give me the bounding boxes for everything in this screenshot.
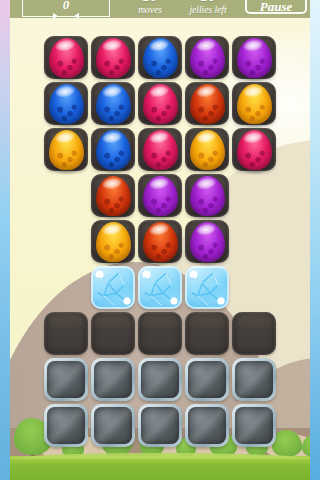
- ice-jelly-r6c3[interactable]: [138, 266, 182, 309]
- cell-r4c3[interactable]: [138, 174, 182, 217]
- cell-r1c5[interactable]: [232, 36, 276, 79]
- cell-r2c4[interactable]: [185, 82, 229, 125]
- cell-r1c4[interactable]: [185, 36, 229, 79]
- cell-r3c2[interactable]: [91, 128, 135, 171]
- pause-button[interactable]: Pause: [245, 0, 307, 14]
- empty-cell-r7c2: [91, 312, 135, 355]
- yellow-egg[interactable]: [237, 84, 272, 124]
- stone-core: [188, 407, 226, 444]
- purple-egg[interactable]: [143, 176, 178, 216]
- cell-r2c1[interactable]: [44, 82, 88, 125]
- board-grid: [44, 36, 276, 447]
- cell-r3c5[interactable]: [232, 128, 276, 171]
- cell-r2c2[interactable]: [91, 82, 135, 125]
- cell-r2c3[interactable]: [138, 82, 182, 125]
- pink-egg[interactable]: [96, 38, 131, 78]
- grass-strip: [10, 456, 310, 480]
- cell-r5c3[interactable]: [138, 220, 182, 263]
- score-frame: 0: [22, 0, 110, 17]
- empty-cell-r7c3: [138, 312, 182, 355]
- jellies-label: jellies left: [170, 5, 246, 16]
- cell-r5c2[interactable]: [91, 220, 135, 263]
- ice-jelly-r6c2[interactable]: [91, 266, 135, 309]
- jellies-counter: 10 jellies left: [170, 0, 246, 18]
- stone-core: [141, 407, 179, 444]
- cell-r4c4[interactable]: [185, 174, 229, 217]
- jellies-value: 10: [170, 0, 246, 4]
- cell-r1c3[interactable]: [138, 36, 182, 79]
- left-border-strip: [0, 0, 10, 480]
- right-border-strip: [310, 0, 320, 480]
- pink-egg[interactable]: [143, 130, 178, 170]
- stone-core: [235, 407, 273, 444]
- stone-block-r8c1: [44, 358, 88, 401]
- pink-egg[interactable]: [237, 130, 272, 170]
- cell-r3c4[interactable]: [185, 128, 229, 171]
- stone-core: [188, 361, 226, 398]
- cell-r3c3[interactable]: [138, 128, 182, 171]
- blue-egg[interactable]: [143, 38, 178, 78]
- stone-core: [47, 407, 85, 444]
- stone-core: [94, 361, 132, 398]
- game-stage: 0 10 moves 10 jellies left Pause: [10, 0, 310, 480]
- cell-r4c2[interactable]: [91, 174, 135, 217]
- blue-egg[interactable]: [49, 84, 84, 124]
- stone-core: [141, 361, 179, 398]
- cell-r5c4[interactable]: [185, 220, 229, 263]
- cell-r1c1[interactable]: [44, 36, 88, 79]
- cell-r1c2[interactable]: [91, 36, 135, 79]
- empty-cell-r7c1: [44, 312, 88, 355]
- purple-egg[interactable]: [190, 222, 225, 262]
- tree-crown: [272, 430, 302, 457]
- pink-egg[interactable]: [49, 38, 84, 78]
- hud-bar: 0 10 moves 10 jellies left Pause: [10, 0, 310, 18]
- stone-block-r9c4: [185, 404, 229, 447]
- yellow-egg[interactable]: [96, 222, 131, 262]
- stone-block-r9c1: [44, 404, 88, 447]
- stone-core: [47, 361, 85, 398]
- purple-egg[interactable]: [190, 176, 225, 216]
- purple-egg[interactable]: [190, 38, 225, 78]
- cell-r3c1[interactable]: [44, 128, 88, 171]
- empty-cell-r7c5: [232, 312, 276, 355]
- yellow-egg[interactable]: [190, 130, 225, 170]
- score-arrow-right-icon: [74, 13, 79, 18]
- game-screen: 0 10 moves 10 jellies left Pause: [0, 0, 320, 480]
- blue-egg[interactable]: [96, 130, 131, 170]
- score-arrow-left-icon: [53, 13, 58, 18]
- red-egg[interactable]: [96, 176, 131, 216]
- tree-crown: [302, 435, 310, 457]
- red-egg[interactable]: [143, 222, 178, 262]
- stone-block-r8c3: [138, 358, 182, 401]
- cell-r2c5[interactable]: [232, 82, 276, 125]
- stone-block-r8c5: [232, 358, 276, 401]
- stone-block-r8c4: [185, 358, 229, 401]
- red-egg[interactable]: [190, 84, 225, 124]
- stone-block-r9c2: [91, 404, 135, 447]
- stone-core: [235, 361, 273, 398]
- empty-cell-r7c4: [185, 312, 229, 355]
- stone-block-r9c3: [138, 404, 182, 447]
- stone-block-r8c2: [91, 358, 135, 401]
- ice-jelly-r6c4[interactable]: [185, 266, 229, 309]
- score-value: 0: [23, 0, 109, 11]
- stone-core: [94, 407, 132, 444]
- yellow-egg[interactable]: [49, 130, 84, 170]
- purple-egg[interactable]: [237, 38, 272, 78]
- blue-egg[interactable]: [96, 84, 131, 124]
- pink-egg[interactable]: [143, 84, 178, 124]
- stone-block-r9c5: [232, 404, 276, 447]
